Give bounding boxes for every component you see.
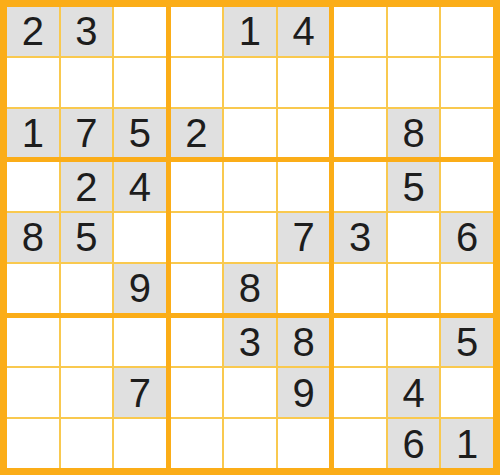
cell-r7c8[interactable] (388, 318, 440, 367)
cell-r1c3[interactable] (114, 7, 166, 56)
cell-r6c5[interactable]: 8 (224, 264, 276, 313)
cell-r3c6[interactable] (278, 109, 330, 158)
cell-r6c6[interactable] (278, 264, 330, 313)
cell-r6c9[interactable] (441, 264, 493, 313)
cell-r9c4[interactable] (171, 419, 223, 468)
cell-r2c8[interactable] (388, 58, 440, 107)
cell-r2c2[interactable] (61, 58, 113, 107)
cell-r4c8[interactable]: 5 (388, 162, 440, 211)
cell-r8c7[interactable] (334, 368, 386, 417)
cell-r5c7[interactable]: 3 (334, 213, 386, 262)
cell-r5c1[interactable]: 8 (7, 213, 59, 262)
cell-r4c1[interactable] (7, 162, 59, 211)
cell-r1c7[interactable] (334, 7, 386, 56)
cell-r7c5[interactable]: 3 (224, 318, 276, 367)
cell-r9c3[interactable] (114, 419, 166, 468)
cell-r8c2[interactable] (61, 368, 113, 417)
cell-r7c3[interactable] (114, 318, 166, 367)
box-0-1: 142 (171, 7, 330, 157)
cell-r9c1[interactable] (7, 419, 59, 468)
cell-r2c7[interactable] (334, 58, 386, 107)
sudoku-board: 231751428248597853673895461 (0, 0, 500, 475)
box-1-0: 24859 (7, 162, 166, 312)
cell-r5c6[interactable]: 7 (278, 213, 330, 262)
cell-r8c9[interactable] (441, 368, 493, 417)
cell-r1c6[interactable]: 4 (278, 7, 330, 56)
cell-r7c6[interactable]: 8 (278, 318, 330, 367)
cell-r2c5[interactable] (224, 58, 276, 107)
cell-r8c3[interactable]: 7 (114, 368, 166, 417)
cell-r5c2[interactable]: 5 (61, 213, 113, 262)
cell-r3c7[interactable] (334, 109, 386, 158)
cell-r4c6[interactable] (278, 162, 330, 211)
cell-r6c3[interactable]: 9 (114, 264, 166, 313)
cell-r7c9[interactable]: 5 (441, 318, 493, 367)
cell-r9c8[interactable]: 6 (388, 419, 440, 468)
cell-r7c1[interactable] (7, 318, 59, 367)
cell-r6c8[interactable] (388, 264, 440, 313)
cell-r3c1[interactable]: 1 (7, 109, 59, 158)
cell-r2c9[interactable] (441, 58, 493, 107)
cell-r6c4[interactable] (171, 264, 223, 313)
cell-r9c9[interactable]: 1 (441, 419, 493, 468)
cell-r1c2[interactable]: 3 (61, 7, 113, 56)
cell-r5c3[interactable] (114, 213, 166, 262)
box-1-1: 78 (171, 162, 330, 312)
cell-r9c7[interactable] (334, 419, 386, 468)
box-1-2: 536 (334, 162, 493, 312)
cell-r2c3[interactable] (114, 58, 166, 107)
cell-r4c7[interactable] (334, 162, 386, 211)
box-0-0: 23175 (7, 7, 166, 157)
cell-r3c2[interactable]: 7 (61, 109, 113, 158)
cell-r6c7[interactable] (334, 264, 386, 313)
cell-r3c8[interactable]: 8 (388, 109, 440, 158)
cell-r8c4[interactable] (171, 368, 223, 417)
cell-r8c5[interactable] (224, 368, 276, 417)
cell-r2c6[interactable] (278, 58, 330, 107)
cell-r7c4[interactable] (171, 318, 223, 367)
cell-r6c1[interactable] (7, 264, 59, 313)
box-2-2: 5461 (334, 318, 493, 468)
box-2-1: 389 (171, 318, 330, 468)
cell-r1c1[interactable]: 2 (7, 7, 59, 56)
cell-r1c9[interactable] (441, 7, 493, 56)
cell-r3c5[interactable] (224, 109, 276, 158)
cell-r3c9[interactable] (441, 109, 493, 158)
cell-r2c1[interactable] (7, 58, 59, 107)
cell-r5c8[interactable] (388, 213, 440, 262)
cell-r2c4[interactable] (171, 58, 223, 107)
cell-r1c8[interactable] (388, 7, 440, 56)
cell-r3c3[interactable]: 5 (114, 109, 166, 158)
cell-r5c5[interactable] (224, 213, 276, 262)
cell-r5c4[interactable] (171, 213, 223, 262)
cell-r8c8[interactable]: 4 (388, 368, 440, 417)
cell-r4c3[interactable]: 4 (114, 162, 166, 211)
cell-r3c4[interactable]: 2 (171, 109, 223, 158)
cell-r4c4[interactable] (171, 162, 223, 211)
cell-r1c4[interactable] (171, 7, 223, 56)
cell-r8c6[interactable]: 9 (278, 368, 330, 417)
cell-r7c2[interactable] (61, 318, 113, 367)
cell-r9c6[interactable] (278, 419, 330, 468)
cell-r1c5[interactable]: 1 (224, 7, 276, 56)
cell-r8c1[interactable] (7, 368, 59, 417)
cell-r4c2[interactable]: 2 (61, 162, 113, 211)
cell-r5c9[interactable]: 6 (441, 213, 493, 262)
cell-r6c2[interactable] (61, 264, 113, 313)
cell-r7c7[interactable] (334, 318, 386, 367)
cell-r4c5[interactable] (224, 162, 276, 211)
cell-r9c5[interactable] (224, 419, 276, 468)
box-0-2: 8 (334, 7, 493, 157)
cell-r4c9[interactable] (441, 162, 493, 211)
cell-r9c2[interactable] (61, 419, 113, 468)
box-2-0: 7 (7, 318, 166, 468)
